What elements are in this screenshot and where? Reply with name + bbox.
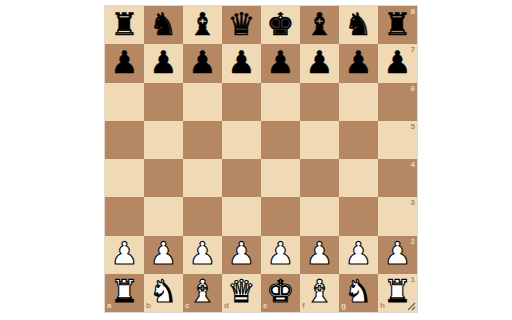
square-d4[interactable]	[222, 159, 261, 197]
square-c4[interactable]	[183, 159, 222, 197]
square-f6[interactable]	[300, 83, 339, 121]
square-g2[interactable]: ♟	[339, 236, 378, 274]
rank-label-3: 3	[411, 199, 415, 207]
square-a8[interactable]: ♜	[105, 6, 144, 44]
square-e4[interactable]	[261, 159, 300, 197]
white-pawn: ♟	[150, 238, 178, 269]
square-c5[interactable]	[183, 121, 222, 159]
square-a5[interactable]	[105, 121, 144, 159]
white-bishop: ♝	[306, 276, 334, 307]
square-d1[interactable]: d♛	[222, 274, 261, 312]
square-b6[interactable]	[144, 83, 183, 121]
black-bishop: ♝	[189, 9, 217, 40]
black-knight: ♞	[345, 9, 373, 40]
rank-label-6: 6	[411, 85, 415, 93]
square-b5[interactable]	[144, 121, 183, 159]
rank-label-5: 5	[411, 123, 415, 131]
white-pawn: ♟	[345, 238, 373, 269]
square-d2[interactable]: ♟	[222, 236, 261, 274]
square-h3[interactable]: 3	[378, 197, 417, 235]
square-g5[interactable]	[339, 121, 378, 159]
chess-board: ♜♞♝♛♚♝♞8♜♟♟♟♟♟♟♟7♟6543♟♟♟♟♟♟♟2♟a♜b♞c♝d♛e…	[105, 6, 417, 312]
square-g8[interactable]: ♞	[339, 6, 378, 44]
square-e5[interactable]	[261, 121, 300, 159]
board-resize-handle-icon[interactable]	[406, 301, 416, 311]
square-d5[interactable]	[222, 121, 261, 159]
square-c6[interactable]	[183, 83, 222, 121]
square-e8[interactable]: ♚	[261, 6, 300, 44]
square-a3[interactable]	[105, 197, 144, 235]
square-a1[interactable]: a♜	[105, 274, 144, 312]
black-pawn: ♟	[228, 47, 256, 78]
white-knight: ♞	[150, 276, 178, 307]
white-pawn: ♟	[111, 238, 139, 269]
square-c1[interactable]: c♝	[183, 274, 222, 312]
black-rook: ♜	[384, 9, 412, 40]
square-a7[interactable]: ♟	[105, 44, 144, 82]
square-f8[interactable]: ♝	[300, 6, 339, 44]
square-c2[interactable]: ♟	[183, 236, 222, 274]
square-b1[interactable]: b♞	[144, 274, 183, 312]
square-c3[interactable]	[183, 197, 222, 235]
white-pawn: ♟	[189, 238, 217, 269]
square-g3[interactable]	[339, 197, 378, 235]
black-pawn: ♟	[111, 47, 139, 78]
white-king: ♚	[267, 276, 295, 307]
black-king: ♚	[267, 9, 295, 40]
square-b8[interactable]: ♞	[144, 6, 183, 44]
white-pawn: ♟	[267, 238, 295, 269]
black-knight: ♞	[150, 9, 178, 40]
square-e3[interactable]	[261, 197, 300, 235]
square-c7[interactable]: ♟	[183, 44, 222, 82]
square-a6[interactable]	[105, 83, 144, 121]
white-bishop: ♝	[189, 276, 217, 307]
black-pawn: ♟	[189, 47, 217, 78]
square-b4[interactable]	[144, 159, 183, 197]
white-knight: ♞	[345, 276, 373, 307]
square-b2[interactable]: ♟	[144, 236, 183, 274]
square-b3[interactable]	[144, 197, 183, 235]
file-label-f: f	[302, 302, 305, 310]
square-h7[interactable]: 7♟	[378, 44, 417, 82]
black-bishop: ♝	[306, 9, 334, 40]
square-f4[interactable]	[300, 159, 339, 197]
square-e2[interactable]: ♟	[261, 236, 300, 274]
square-h6[interactable]: 6	[378, 83, 417, 121]
square-d8[interactable]: ♛	[222, 6, 261, 44]
white-pawn: ♟	[306, 238, 334, 269]
square-d3[interactable]	[222, 197, 261, 235]
square-h8[interactable]: 8♜	[378, 6, 417, 44]
black-pawn: ♟	[345, 47, 373, 78]
black-pawn: ♟	[306, 47, 334, 78]
square-a2[interactable]: ♟	[105, 236, 144, 274]
square-g4[interactable]	[339, 159, 378, 197]
square-f5[interactable]	[300, 121, 339, 159]
square-h2[interactable]: 2♟	[378, 236, 417, 274]
square-f3[interactable]	[300, 197, 339, 235]
black-pawn: ♟	[384, 47, 412, 78]
square-h4[interactable]: 4	[378, 159, 417, 197]
square-f1[interactable]: f♝	[300, 274, 339, 312]
square-e7[interactable]: ♟	[261, 44, 300, 82]
square-g1[interactable]: g♞	[339, 274, 378, 312]
square-f2[interactable]: ♟	[300, 236, 339, 274]
chess-board-container: ♜♞♝♛♚♝♞8♜♟♟♟♟♟♟♟7♟6543♟♟♟♟♟♟♟2♟a♜b♞c♝d♛e…	[104, 5, 418, 313]
square-a4[interactable]	[105, 159, 144, 197]
black-pawn: ♟	[150, 47, 178, 78]
rank-label-4: 4	[411, 161, 415, 169]
square-b7[interactable]: ♟	[144, 44, 183, 82]
black-rook: ♜	[111, 9, 139, 40]
square-d6[interactable]	[222, 83, 261, 121]
black-pawn: ♟	[267, 47, 295, 78]
square-e6[interactable]	[261, 83, 300, 121]
square-e1[interactable]: e♚	[261, 274, 300, 312]
white-pawn: ♟	[228, 238, 256, 269]
square-c8[interactable]: ♝	[183, 6, 222, 44]
square-d7[interactable]: ♟	[222, 44, 261, 82]
white-queen: ♛	[228, 276, 256, 307]
square-g6[interactable]	[339, 83, 378, 121]
square-g7[interactable]: ♟	[339, 44, 378, 82]
black-queen: ♛	[228, 9, 256, 40]
square-f7[interactable]: ♟	[300, 44, 339, 82]
white-pawn: ♟	[384, 238, 412, 269]
white-rook: ♜	[111, 276, 139, 307]
square-h5[interactable]: 5	[378, 121, 417, 159]
